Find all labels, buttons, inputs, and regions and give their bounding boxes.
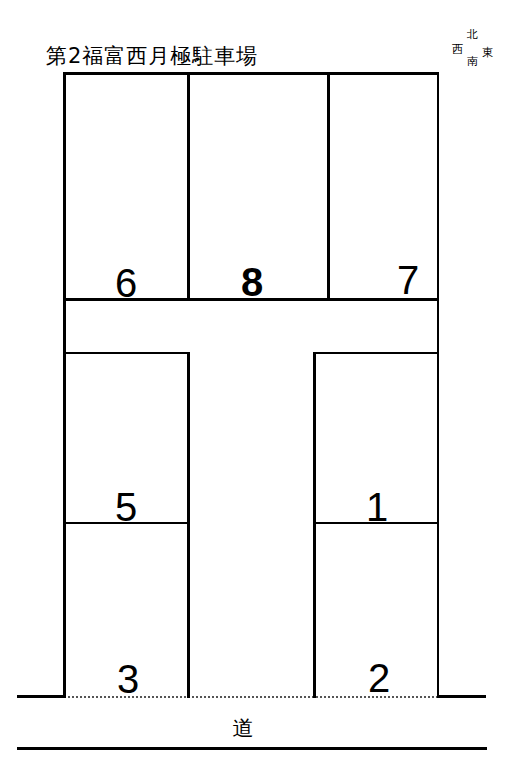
parking-map: 第2福富西月極駐車場 北 西 東 南 6 8 7 5 1 3 2 道 [0,0,505,760]
wall-divider-8-7 [327,72,330,300]
wall-bottom-wing-left [17,695,66,698]
wall-top [63,72,439,75]
compass-west-label: 西 [452,44,463,55]
wall-outer-left [63,72,66,698]
stall-3-label: 3 [117,659,139,699]
road-label: 道 [233,714,254,742]
stall-2-label: 2 [368,658,390,698]
road-edge-line [17,747,487,750]
wall-outer-right [437,72,440,698]
wall-stall5-top [63,352,190,354]
compass-north-label: 北 [467,29,478,40]
stall-8-label: 8 [241,262,263,302]
stall-5-label: 5 [115,487,137,527]
wall-stall1-top [313,352,439,354]
stall-6-label: 6 [115,263,137,303]
wall-left-column-right [187,352,190,698]
compass-south-label: 南 [467,56,478,67]
compass-rose: 北 西 東 南 [448,26,500,72]
wall-right-column-left [313,352,316,698]
wall-bottom-wing-right [437,695,486,698]
page-title: 第2福富西月極駐車場 [46,42,258,70]
wall-divider-6-8 [187,72,190,300]
compass-east-label: 東 [482,47,493,58]
stall-1-label: 1 [366,487,388,527]
stall-7-label: 7 [397,260,419,300]
